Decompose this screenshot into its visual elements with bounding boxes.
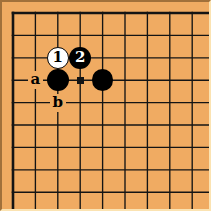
point-c5-r1[interactable] (91, 2, 113, 24)
point-c7-r1[interactable] (136, 2, 158, 24)
point-c7-r7[interactable] (136, 136, 158, 158)
point-c5-r9[interactable] (91, 181, 113, 203)
point-label-a: a (28, 71, 44, 89)
board-grid: 12ab (2, 2, 204, 204)
point-c1-r1[interactable] (2, 2, 24, 24)
point-c5-r5[interactable] (91, 91, 113, 113)
point-c4-r2[interactable] (69, 24, 91, 46)
point-c3-r7[interactable] (47, 136, 69, 158)
point-c6-r5[interactable] (114, 91, 136, 113)
hoshi-star-point-icon (77, 77, 84, 84)
point-c2-r4[interactable]: a (24, 69, 46, 91)
point-c1-r9[interactable] (2, 181, 24, 203)
point-c5-r4[interactable] (91, 69, 113, 91)
point-c4-r1[interactable] (69, 2, 91, 24)
black-stone (47, 69, 69, 91)
point-c9-r6[interactable] (181, 114, 203, 136)
point-c9-r4[interactable] (181, 69, 203, 91)
point-c7-r5[interactable] (136, 91, 158, 113)
point-c8-r1[interactable] (159, 2, 181, 24)
point-c2-r7[interactable] (24, 136, 46, 158)
point-c9-r7[interactable] (181, 136, 203, 158)
point-c9-r9[interactable] (181, 181, 203, 203)
point-c4-r5[interactable] (69, 91, 91, 113)
point-c6-r6[interactable] (114, 114, 136, 136)
point-c3-r8[interactable] (47, 159, 69, 181)
point-c3-r3[interactable]: 1 (47, 47, 69, 69)
point-c3-r9[interactable] (47, 181, 69, 203)
point-c6-r9[interactable] (114, 181, 136, 203)
point-c7-r8[interactable] (136, 159, 158, 181)
point-c2-r5[interactable] (24, 91, 46, 113)
point-c4-r4[interactable] (69, 69, 91, 91)
point-c6-r7[interactable] (114, 136, 136, 158)
point-c5-r2[interactable] (91, 24, 113, 46)
point-c8-r6[interactable] (159, 114, 181, 136)
point-c6-r4[interactable] (114, 69, 136, 91)
point-c9-r8[interactable] (181, 159, 203, 181)
point-c1-r7[interactable] (2, 136, 24, 158)
point-c1-r6[interactable] (2, 114, 24, 136)
point-c5-r6[interactable] (91, 114, 113, 136)
point-c8-r7[interactable] (159, 136, 181, 158)
point-c4-r8[interactable] (69, 159, 91, 181)
point-c3-r5[interactable]: b (47, 91, 69, 113)
point-c1-r5[interactable] (2, 91, 24, 113)
point-c5-r7[interactable] (91, 136, 113, 158)
point-c2-r6[interactable] (24, 114, 46, 136)
point-c1-r8[interactable] (2, 159, 24, 181)
point-c2-r9[interactable] (24, 181, 46, 203)
point-label-b: b (50, 94, 67, 112)
black-stone-move-2: 2 (69, 47, 91, 69)
point-c2-r3[interactable] (24, 47, 46, 69)
point-c3-r2[interactable] (47, 24, 69, 46)
go-board-diagram: 12ab (0, 0, 211, 211)
point-c8-r3[interactable] (159, 47, 181, 69)
point-c7-r9[interactable] (136, 181, 158, 203)
point-c8-r8[interactable] (159, 159, 181, 181)
point-c3-r4[interactable] (47, 69, 69, 91)
move-number: 1 (53, 50, 63, 65)
point-c2-r2[interactable] (24, 24, 46, 46)
point-c7-r4[interactable] (136, 69, 158, 91)
point-c5-r3[interactable] (91, 47, 113, 69)
move-number: 2 (75, 50, 85, 65)
point-c1-r2[interactable] (2, 24, 24, 46)
point-c8-r9[interactable] (159, 181, 181, 203)
point-c8-r2[interactable] (159, 24, 181, 46)
point-c7-r3[interactable] (136, 47, 158, 69)
white-stone-move-1: 1 (47, 47, 69, 69)
point-c7-r6[interactable] (136, 114, 158, 136)
point-c9-r3[interactable] (181, 47, 203, 69)
point-c1-r3[interactable] (2, 47, 24, 69)
point-c4-r7[interactable] (69, 136, 91, 158)
point-c2-r1[interactable] (24, 2, 46, 24)
point-c4-r9[interactable] (69, 181, 91, 203)
point-c8-r4[interactable] (159, 69, 181, 91)
point-c2-r8[interactable] (24, 159, 46, 181)
black-stone (92, 69, 114, 91)
point-c9-r1[interactable] (181, 2, 203, 24)
point-c1-r4[interactable] (2, 69, 24, 91)
point-c5-r8[interactable] (91, 159, 113, 181)
point-c4-r3[interactable]: 2 (69, 47, 91, 69)
point-c7-r2[interactable] (136, 24, 158, 46)
point-c6-r3[interactable] (114, 47, 136, 69)
point-c3-r6[interactable] (47, 114, 69, 136)
point-c8-r5[interactable] (159, 91, 181, 113)
point-c6-r2[interactable] (114, 24, 136, 46)
point-c4-r6[interactable] (69, 114, 91, 136)
point-c9-r2[interactable] (181, 24, 203, 46)
point-c9-r5[interactable] (181, 91, 203, 113)
point-c6-r8[interactable] (114, 159, 136, 181)
point-c6-r1[interactable] (114, 2, 136, 24)
point-c3-r1[interactable] (47, 2, 69, 24)
